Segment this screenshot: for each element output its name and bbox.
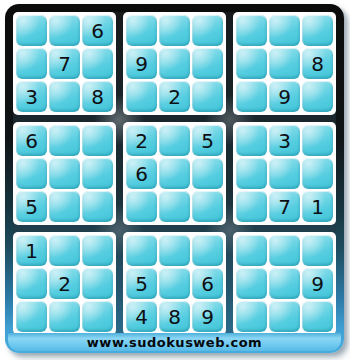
cell-r1c4[interactable] — [126, 15, 157, 46]
cell-r7c4[interactable] — [126, 235, 157, 266]
cell-r1c6[interactable] — [192, 15, 223, 46]
cell-r9c5[interactable]: 8 — [159, 301, 190, 332]
cell-r5c9[interactable] — [302, 158, 333, 189]
box-1: 6738 — [13, 12, 116, 115]
cell-r2c3[interactable] — [82, 48, 113, 79]
cell-r1c1[interactable] — [16, 15, 47, 46]
cell-r8c7[interactable] — [236, 268, 267, 299]
box-4: 65 — [13, 122, 116, 225]
cell-r3c2[interactable] — [49, 81, 80, 112]
cell-r3c4[interactable] — [126, 81, 157, 112]
site-footer: www.sudokusweb.com — [8, 333, 341, 351]
cell-r2c4[interactable]: 9 — [126, 48, 157, 79]
cell-r6c4[interactable] — [126, 191, 157, 222]
cell-r2c7[interactable] — [236, 48, 267, 79]
cell-r2c5[interactable] — [159, 48, 190, 79]
cell-r8c1[interactable] — [16, 268, 47, 299]
cell-r3c8[interactable]: 9 — [269, 81, 300, 112]
cell-r2c1[interactable] — [16, 48, 47, 79]
cell-r3c9[interactable] — [302, 81, 333, 112]
cell-r1c3[interactable]: 6 — [82, 15, 113, 46]
cell-r4c5[interactable] — [159, 125, 190, 156]
cell-r5c3[interactable] — [82, 158, 113, 189]
cell-r6c5[interactable] — [159, 191, 190, 222]
cell-r2c2[interactable]: 7 — [49, 48, 80, 79]
cell-r5c6[interactable] — [192, 158, 223, 189]
cell-r6c3[interactable] — [82, 191, 113, 222]
cell-r8c3[interactable] — [82, 268, 113, 299]
cell-r6c1[interactable]: 5 — [16, 191, 47, 222]
cell-r9c7[interactable] — [236, 301, 267, 332]
cell-r7c2[interactable] — [49, 235, 80, 266]
cell-r8c5[interactable] — [159, 268, 190, 299]
cell-r2c6[interactable] — [192, 48, 223, 79]
cell-r4c3[interactable] — [82, 125, 113, 156]
box-9: 9 — [233, 232, 336, 335]
cell-r8c4[interactable]: 5 — [126, 268, 157, 299]
site-url-label[interactable]: www.sudokusweb.com — [87, 335, 262, 350]
cell-r6c6[interactable] — [192, 191, 223, 222]
cell-r7c5[interactable] — [159, 235, 190, 266]
cell-r5c5[interactable] — [159, 158, 190, 189]
cell-r7c6[interactable] — [192, 235, 223, 266]
cell-r9c3[interactable] — [82, 301, 113, 332]
cell-r6c8[interactable]: 7 — [269, 191, 300, 222]
cell-r5c1[interactable] — [16, 158, 47, 189]
cell-r7c7[interactable] — [236, 235, 267, 266]
cell-r8c9[interactable]: 9 — [302, 268, 333, 299]
cell-r9c6[interactable]: 9 — [192, 301, 223, 332]
cell-r9c8[interactable] — [269, 301, 300, 332]
cell-r4c1[interactable]: 6 — [16, 125, 47, 156]
cell-r7c3[interactable] — [82, 235, 113, 266]
box-7: 12 — [13, 232, 116, 335]
cell-r1c2[interactable] — [49, 15, 80, 46]
cell-r7c9[interactable] — [302, 235, 333, 266]
cell-r6c9[interactable]: 1 — [302, 191, 333, 222]
cell-r9c1[interactable] — [16, 301, 47, 332]
cell-r9c2[interactable] — [49, 301, 80, 332]
box-3: 89 — [233, 12, 336, 115]
cell-r4c9[interactable] — [302, 125, 333, 156]
sudoku-board: 673892896525637112564899 — [13, 12, 336, 335]
cell-r8c2[interactable]: 2 — [49, 268, 80, 299]
cell-r4c8[interactable]: 3 — [269, 125, 300, 156]
cell-r9c9[interactable] — [302, 301, 333, 332]
cell-r2c8[interactable] — [269, 48, 300, 79]
cell-r8c6[interactable]: 6 — [192, 268, 223, 299]
cell-r4c6[interactable]: 5 — [192, 125, 223, 156]
cell-r1c8[interactable] — [269, 15, 300, 46]
cell-r8c8[interactable] — [269, 268, 300, 299]
cell-r3c7[interactable] — [236, 81, 267, 112]
cell-r3c6[interactable] — [192, 81, 223, 112]
cell-r4c4[interactable]: 2 — [126, 125, 157, 156]
cell-r5c2[interactable] — [49, 158, 80, 189]
box-6: 371 — [233, 122, 336, 225]
cell-r6c2[interactable] — [49, 191, 80, 222]
cell-r7c1[interactable]: 1 — [16, 235, 47, 266]
box-8: 56489 — [123, 232, 226, 335]
box-2: 92 — [123, 12, 226, 115]
cell-r2c9[interactable]: 8 — [302, 48, 333, 79]
cell-r7c8[interactable] — [269, 235, 300, 266]
sudoku-frame: 673892896525637112564899 www.sudokusweb.… — [5, 4, 344, 353]
cell-r5c7[interactable] — [236, 158, 267, 189]
cell-r5c8[interactable] — [269, 158, 300, 189]
cell-r3c1[interactable]: 3 — [16, 81, 47, 112]
cell-r9c4[interactable]: 4 — [126, 301, 157, 332]
cell-r5c4[interactable]: 6 — [126, 158, 157, 189]
cell-r4c2[interactable] — [49, 125, 80, 156]
cell-r6c7[interactable] — [236, 191, 267, 222]
cell-r1c7[interactable] — [236, 15, 267, 46]
box-5: 256 — [123, 122, 226, 225]
cell-r1c9[interactable] — [302, 15, 333, 46]
cell-r4c7[interactable] — [236, 125, 267, 156]
cell-r3c3[interactable]: 8 — [82, 81, 113, 112]
cell-r3c5[interactable]: 2 — [159, 81, 190, 112]
cell-r1c5[interactable] — [159, 15, 190, 46]
